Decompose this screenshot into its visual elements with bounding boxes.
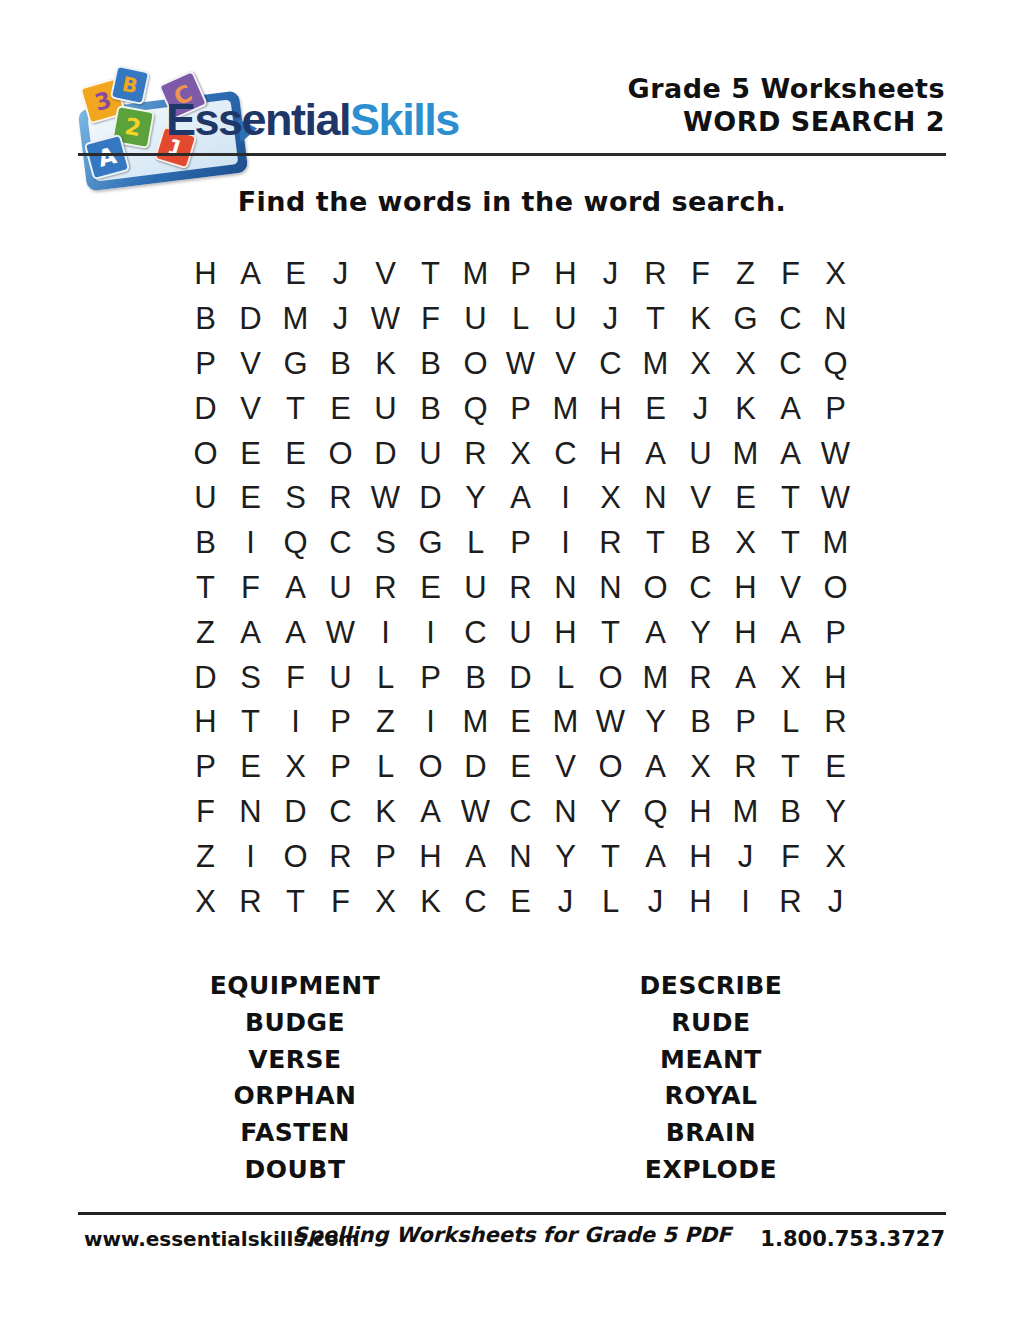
grid-cell-r15c6: K xyxy=(408,879,453,924)
header-divider xyxy=(78,153,946,156)
grid-cell-r12c13: R xyxy=(723,745,768,790)
grid-cell-r1c10: J xyxy=(588,252,633,297)
grid-cell-r5c6: U xyxy=(408,431,453,476)
grid-cell-r4c15: P xyxy=(813,386,858,431)
grid-cell-r8c15: O xyxy=(813,566,858,611)
grid-cell-r9c7: C xyxy=(453,610,498,655)
grid-cell-r10c4: U xyxy=(318,655,363,700)
grid-cell-r15c4: F xyxy=(318,879,363,924)
grid-cell-r1c8: P xyxy=(498,252,543,297)
grid-cell-r12c14: T xyxy=(768,745,813,790)
grid-cell-r4c13: K xyxy=(723,386,768,431)
grid-cell-r12c2: E xyxy=(228,745,273,790)
grid-cell-r11c1: H xyxy=(183,700,228,745)
grid-cell-r13c5: K xyxy=(363,790,408,835)
grid-cell-r15c8: E xyxy=(498,879,543,924)
grid-cell-r3c4: B xyxy=(318,342,363,387)
grid-cell-r9c9: H xyxy=(543,610,588,655)
grid-cell-r12c7: D xyxy=(453,745,498,790)
grid-cell-r8c5: R xyxy=(363,566,408,611)
grid-cell-r10c1: D xyxy=(183,655,228,700)
grid-cell-r5c11: A xyxy=(633,431,678,476)
grid-cell-r5c9: C xyxy=(543,431,588,476)
grid-cell-r7c7: L xyxy=(453,521,498,566)
grid-cell-r8c10: N xyxy=(588,566,633,611)
grid-cell-r11c11: Y xyxy=(633,700,678,745)
grid-cell-r3c6: B xyxy=(408,342,453,387)
grid-cell-r14c12: H xyxy=(678,834,723,879)
grid-cell-r9c12: Y xyxy=(678,610,723,655)
grid-cell-r1c14: F xyxy=(768,252,813,297)
grid-cell-r15c10: L xyxy=(588,879,633,924)
grid-cell-r12c15: E xyxy=(813,745,858,790)
grid-cell-r13c3: D xyxy=(273,790,318,835)
grid-cell-r7c4: C xyxy=(318,521,363,566)
grid-cell-r8c1: T xyxy=(183,566,228,611)
grid-cell-r11c3: I xyxy=(273,700,318,745)
grid-cell-r9c3: A xyxy=(273,610,318,655)
grid-cell-r11c9: M xyxy=(543,700,588,745)
grid-cell-r10c15: H xyxy=(813,655,858,700)
grid-cell-r13c10: Y xyxy=(588,790,633,835)
grid-cell-r12c5: L xyxy=(363,745,408,790)
logo-text-essential: Essential xyxy=(166,94,350,145)
grid-cell-r12c8: E xyxy=(498,745,543,790)
grid-cell-r4c14: A xyxy=(768,386,813,431)
grid-cell-r1c13: Z xyxy=(723,252,768,297)
grid-cell-r5c8: X xyxy=(498,431,543,476)
grid-cell-r7c3: Q xyxy=(273,521,318,566)
grid-cell-r4c8: P xyxy=(498,386,543,431)
grid-cell-r2c10: J xyxy=(588,297,633,342)
grid-cell-r11c5: Z xyxy=(363,700,408,745)
grid-cell-r1c9: H xyxy=(543,252,588,297)
grid-cell-r14c2: I xyxy=(228,834,273,879)
grid-cell-r9c5: I xyxy=(363,610,408,655)
grid-cell-r7c2: I xyxy=(228,521,273,566)
grid-cell-r14c3: O xyxy=(273,834,318,879)
logo-block-b: B xyxy=(110,65,150,105)
grid-cell-r6c15: W xyxy=(813,476,858,521)
grid-cell-r10c7: B xyxy=(453,655,498,700)
grid-cell-r3c2: V xyxy=(228,342,273,387)
grid-cell-r4c12: J xyxy=(678,386,723,431)
grid-cell-r7c15: M xyxy=(813,521,858,566)
grid-cell-r10c14: X xyxy=(768,655,813,700)
grid-cell-r1c1: H xyxy=(183,252,228,297)
grid-cell-r13c14: B xyxy=(768,790,813,835)
grid-cell-r1c12: F xyxy=(678,252,723,297)
grid-cell-r11c4: P xyxy=(318,700,363,745)
grid-cell-r8c9: N xyxy=(543,566,588,611)
grid-cell-r10c5: L xyxy=(363,655,408,700)
grid-cell-r4c1: D xyxy=(183,386,228,431)
grid-cell-r10c8: D xyxy=(498,655,543,700)
word-item-budge: BUDGE xyxy=(130,1005,460,1042)
grid-cell-r10c11: M xyxy=(633,655,678,700)
grid-cell-r14c7: A xyxy=(453,834,498,879)
grid-cell-r15c5: X xyxy=(363,879,408,924)
grid-cell-r1c7: M xyxy=(453,252,498,297)
grid-cell-r5c5: D xyxy=(363,431,408,476)
grid-cell-r15c2: R xyxy=(228,879,273,924)
grid-cell-r2c5: W xyxy=(363,297,408,342)
word-item-royal: ROYAL xyxy=(546,1078,876,1115)
grid-cell-r2c4: J xyxy=(318,297,363,342)
grid-cell-r8c2: F xyxy=(228,566,273,611)
grid-cell-r10c9: L xyxy=(543,655,588,700)
grid-cell-r6c8: A xyxy=(498,476,543,521)
grid-cell-r8c6: E xyxy=(408,566,453,611)
grid-cell-r10c13: A xyxy=(723,655,768,700)
grid-cell-r14c6: H xyxy=(408,834,453,879)
grid-cell-r15c15: J xyxy=(813,879,858,924)
grid-cell-r13c11: Q xyxy=(633,790,678,835)
grid-cell-r8c3: A xyxy=(273,566,318,611)
word-item-orphan: ORPHAN xyxy=(130,1078,460,1115)
grid-cell-r2c1: B xyxy=(183,297,228,342)
grid-cell-r15c9: J xyxy=(543,879,588,924)
grid-cell-r2c3: M xyxy=(273,297,318,342)
grid-cell-r3c7: O xyxy=(453,342,498,387)
grid-cell-r7c10: R xyxy=(588,521,633,566)
grid-cell-r1c2: A xyxy=(228,252,273,297)
grid-cell-r1c15: X xyxy=(813,252,858,297)
grid-cell-r4c6: B xyxy=(408,386,453,431)
grid-cell-r15c3: T xyxy=(273,879,318,924)
grid-cell-r2c12: K xyxy=(678,297,723,342)
grid-cell-r6c4: R xyxy=(318,476,363,521)
grid-cell-r15c12: H xyxy=(678,879,723,924)
grid-cell-r11c13: P xyxy=(723,700,768,745)
grid-cell-r7c9: I xyxy=(543,521,588,566)
grid-cell-r11c8: E xyxy=(498,700,543,745)
grid-cell-r6c13: E xyxy=(723,476,768,521)
word-item-brain: BRAIN xyxy=(546,1115,876,1152)
grid-cell-r4c3: T xyxy=(273,386,318,431)
word-item-verse: VERSE xyxy=(130,1042,460,1079)
grid-cell-r2c7: U xyxy=(453,297,498,342)
grid-cell-r4c9: M xyxy=(543,386,588,431)
grid-cell-r9c14: A xyxy=(768,610,813,655)
grid-cell-r14c5: P xyxy=(363,834,408,879)
grid-cell-r12c3: X xyxy=(273,745,318,790)
grid-cell-r6c11: N xyxy=(633,476,678,521)
grid-cell-r4c5: U xyxy=(363,386,408,431)
grid-cell-r8c8: R xyxy=(498,566,543,611)
grid-cell-r7c11: T xyxy=(633,521,678,566)
grid-cell-r10c3: F xyxy=(273,655,318,700)
grid-cell-r13c4: C xyxy=(318,790,363,835)
grid-cell-r11c10: W xyxy=(588,700,633,745)
grid-cell-r14c15: X xyxy=(813,834,858,879)
grid-cell-r7c5: S xyxy=(363,521,408,566)
grid-cell-r11c7: M xyxy=(453,700,498,745)
word-item-meant: MEANT xyxy=(546,1042,876,1079)
grid-cell-r12c9: V xyxy=(543,745,588,790)
grid-cell-r6c2: E xyxy=(228,476,273,521)
word-search-grid: HAEJVTMPHJRFZFXBDMJWFULUJTKGCNPVGBKBOWVC… xyxy=(183,252,858,924)
grid-cell-r10c12: R xyxy=(678,655,723,700)
grid-cell-r9c2: A xyxy=(228,610,273,655)
grid-cell-r2c14: C xyxy=(768,297,813,342)
grid-cell-r6c7: Y xyxy=(453,476,498,521)
word-item-explode: EXPLODE xyxy=(546,1152,876,1189)
grid-cell-r5c14: A xyxy=(768,431,813,476)
grid-cell-r2c13: G xyxy=(723,297,768,342)
grid-cell-r6c14: T xyxy=(768,476,813,521)
grid-cell-r4c11: E xyxy=(633,386,678,431)
grid-cell-r8c4: U xyxy=(318,566,363,611)
grid-cell-r9c1: Z xyxy=(183,610,228,655)
grid-cell-r11c2: T xyxy=(228,700,273,745)
grid-cell-r3c11: M xyxy=(633,342,678,387)
grid-cell-r7c13: X xyxy=(723,521,768,566)
grid-cell-r6c10: X xyxy=(588,476,633,521)
grid-cell-r15c11: J xyxy=(633,879,678,924)
grid-cell-r2c2: D xyxy=(228,297,273,342)
essentialskills-logo: 3BC2A1 EssentialSkills xyxy=(80,68,430,186)
grid-cell-r14c9: Y xyxy=(543,834,588,879)
grid-cell-r13c12: H xyxy=(678,790,723,835)
grid-cell-r5c10: H xyxy=(588,431,633,476)
grid-cell-r3c12: X xyxy=(678,342,723,387)
grid-cell-r3c5: K xyxy=(363,342,408,387)
grid-cell-r1c11: R xyxy=(633,252,678,297)
grid-cell-r5c1: O xyxy=(183,431,228,476)
grid-cell-r5c12: U xyxy=(678,431,723,476)
grid-cell-r9c4: W xyxy=(318,610,363,655)
grid-cell-r12c1: P xyxy=(183,745,228,790)
grid-cell-r14c14: F xyxy=(768,834,813,879)
grid-cell-r2c15: N xyxy=(813,297,858,342)
grid-cell-r2c9: U xyxy=(543,297,588,342)
grid-cell-r7c12: B xyxy=(678,521,723,566)
worksheet-grade-label: Grade 5 Worksheets xyxy=(628,72,945,105)
grid-cell-r15c7: C xyxy=(453,879,498,924)
grid-cell-r6c6: D xyxy=(408,476,453,521)
word-list-column-2: DESCRIBERUDEMEANTROYALBRAINEXPLODE xyxy=(546,968,876,1189)
grid-cell-r5c13: M xyxy=(723,431,768,476)
grid-cell-r1c5: V xyxy=(363,252,408,297)
grid-cell-r13c1: F xyxy=(183,790,228,835)
grid-cell-r5c15: W xyxy=(813,431,858,476)
grid-cell-r3c9: V xyxy=(543,342,588,387)
grid-cell-r11c15: R xyxy=(813,700,858,745)
grid-cell-r12c6: O xyxy=(408,745,453,790)
grid-cell-r3c13: X xyxy=(723,342,768,387)
grid-cell-r11c6: I xyxy=(408,700,453,745)
word-item-describe: DESCRIBE xyxy=(546,968,876,1005)
grid-cell-r6c12: V xyxy=(678,476,723,521)
footer-divider xyxy=(78,1212,946,1215)
grid-cell-r12c4: P xyxy=(318,745,363,790)
grid-cell-r3c1: P xyxy=(183,342,228,387)
grid-cell-r5c7: R xyxy=(453,431,498,476)
logo-text-skills: Skills xyxy=(350,94,459,145)
grid-cell-r8c14: V xyxy=(768,566,813,611)
worksheet-page: { "game": "word-search", "position": [ "… xyxy=(0,0,1024,1325)
grid-cell-r6c1: U xyxy=(183,476,228,521)
word-item-equipment: EQUIPMENT xyxy=(130,968,460,1005)
grid-cell-r14c8: N xyxy=(498,834,543,879)
grid-cell-r6c9: I xyxy=(543,476,588,521)
grid-cell-r13c7: W xyxy=(453,790,498,835)
worksheet-title: WORD SEARCH 2 xyxy=(628,105,945,138)
grid-cell-r5c4: O xyxy=(318,431,363,476)
grid-cell-r14c10: T xyxy=(588,834,633,879)
grid-cell-r3c10: C xyxy=(588,342,633,387)
word-item-doubt: DOUBT xyxy=(130,1152,460,1189)
grid-cell-r2c6: F xyxy=(408,297,453,342)
grid-cell-r4c4: E xyxy=(318,386,363,431)
grid-cell-r5c3: E xyxy=(273,431,318,476)
grid-cell-r9c8: U xyxy=(498,610,543,655)
footer-phone: 1.800.753.3727 xyxy=(760,1227,945,1251)
grid-cell-r13c2: N xyxy=(228,790,273,835)
grid-cell-r15c14: R xyxy=(768,879,813,924)
word-item-fasten: FASTEN xyxy=(130,1115,460,1152)
grid-cell-r9c11: A xyxy=(633,610,678,655)
grid-cell-r8c7: U xyxy=(453,566,498,611)
grid-cell-r7c14: T xyxy=(768,521,813,566)
grid-cell-r12c10: O xyxy=(588,745,633,790)
grid-cell-r13c6: A xyxy=(408,790,453,835)
grid-cell-r7c6: G xyxy=(408,521,453,566)
grid-cell-r12c11: A xyxy=(633,745,678,790)
grid-cell-r5c2: E xyxy=(228,431,273,476)
grid-cell-r12c12: X xyxy=(678,745,723,790)
grid-cell-r8c11: O xyxy=(633,566,678,611)
grid-cell-r3c3: G xyxy=(273,342,318,387)
grid-cell-r9c13: H xyxy=(723,610,768,655)
grid-cell-r2c8: L xyxy=(498,297,543,342)
grid-cell-r13c13: M xyxy=(723,790,768,835)
grid-cell-r3c15: Q xyxy=(813,342,858,387)
header-titles: Grade 5 Worksheets WORD SEARCH 2 xyxy=(628,72,945,138)
grid-cell-r4c10: H xyxy=(588,386,633,431)
grid-cell-r3c8: W xyxy=(498,342,543,387)
instruction-text: Find the words in the word search. xyxy=(0,186,1024,217)
grid-cell-r6c5: W xyxy=(363,476,408,521)
grid-cell-r3c14: C xyxy=(768,342,813,387)
grid-cell-r10c10: O xyxy=(588,655,633,700)
grid-cell-r8c12: C xyxy=(678,566,723,611)
grid-cell-r6c3: S xyxy=(273,476,318,521)
grid-cell-r4c2: V xyxy=(228,386,273,431)
grid-cell-r15c13: I xyxy=(723,879,768,924)
grid-cell-r1c3: E xyxy=(273,252,318,297)
grid-cell-r11c12: B xyxy=(678,700,723,745)
grid-cell-r8c13: H xyxy=(723,566,768,611)
grid-cell-r9c10: T xyxy=(588,610,633,655)
grid-cell-r13c8: C xyxy=(498,790,543,835)
grid-cell-r4c7: Q xyxy=(453,386,498,431)
grid-cell-r9c6: I xyxy=(408,610,453,655)
grid-cell-r14c4: R xyxy=(318,834,363,879)
word-item-rude: RUDE xyxy=(546,1005,876,1042)
grid-cell-r11c14: L xyxy=(768,700,813,745)
grid-cell-r13c15: Y xyxy=(813,790,858,835)
grid-cell-r1c4: J xyxy=(318,252,363,297)
word-list-column-1: EQUIPMENTBUDGEVERSEORPHANFASTENDOUBT xyxy=(130,968,460,1189)
grid-cell-r2c11: T xyxy=(633,297,678,342)
logo-text: EssentialSkills xyxy=(166,94,459,146)
grid-cell-r14c11: A xyxy=(633,834,678,879)
grid-cell-r7c1: B xyxy=(183,521,228,566)
grid-cell-r15c1: X xyxy=(183,879,228,924)
grid-cell-r10c6: P xyxy=(408,655,453,700)
grid-cell-r14c13: J xyxy=(723,834,768,879)
grid-cell-r1c6: T xyxy=(408,252,453,297)
grid-cell-r9c15: P xyxy=(813,610,858,655)
grid-cell-r7c8: P xyxy=(498,521,543,566)
grid-cell-r10c2: S xyxy=(228,655,273,700)
grid-cell-r14c1: Z xyxy=(183,834,228,879)
grid-cell-r13c9: N xyxy=(543,790,588,835)
